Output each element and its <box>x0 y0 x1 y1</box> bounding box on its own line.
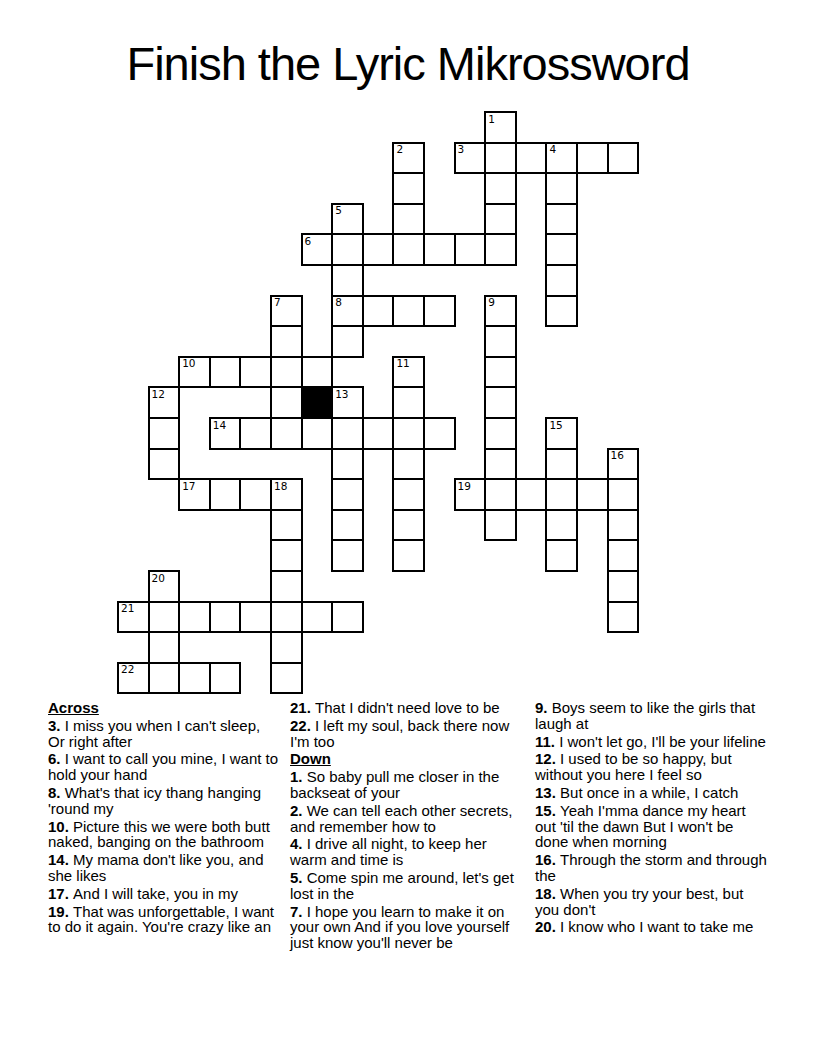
clue-number: 8 <box>335 297 342 308</box>
grid-cell[interactable] <box>331 539 364 572</box>
grid-cell[interactable] <box>239 356 272 389</box>
clue-9: 9. Boys seem to like the girls that laug… <box>535 700 769 732</box>
grid-cell[interactable] <box>392 172 425 205</box>
clue-1: 1. So baby pull me closer in the backsea… <box>290 769 520 801</box>
clue-14: 14. My mama don't like you, and she like… <box>48 852 280 884</box>
clue-2: 2. We can tell each other secrets, and r… <box>290 803 520 835</box>
clue-number: 2 <box>396 144 403 155</box>
clue-20: 20. I know who I want to take me <box>535 919 769 935</box>
grid-cell[interactable] <box>148 631 181 664</box>
clue-number: 1 <box>488 114 495 125</box>
crossword-grid: 12345678910111213141516171819202122 <box>117 111 677 711</box>
grid-cell[interactable] <box>423 233 456 266</box>
grid-cell[interactable] <box>545 203 578 236</box>
grid-cell[interactable] <box>209 601 242 634</box>
grid-cell[interactable] <box>423 417 456 450</box>
grid-cell[interactable] <box>607 570 640 603</box>
clue-17: 17. And I will take, you in my <box>48 886 280 902</box>
clue-number: 9 <box>488 297 495 308</box>
clue-number: 6 <box>305 236 312 247</box>
grid-cell[interactable] <box>607 539 640 572</box>
clue-8: 8. What's that icy thang hanging 'round … <box>48 785 280 817</box>
grid-cell[interactable] <box>545 264 578 297</box>
grid-cell[interactable] <box>178 601 211 634</box>
grid-cell[interactable] <box>148 662 181 695</box>
grid-cell[interactable] <box>239 417 272 450</box>
grid-cell[interactable] <box>545 478 578 511</box>
grid-cell[interactable] <box>392 295 425 328</box>
grid-cell[interactable] <box>331 264 364 297</box>
clue-18: 18. When you try your best, but you don'… <box>535 886 769 918</box>
page-title: Finish the Lyric Mikrossword <box>0 36 816 91</box>
grid-cell[interactable] <box>484 478 517 511</box>
clue-12: 12. I used to be so happy, but without y… <box>535 751 769 783</box>
clue-number: 10 <box>182 358 195 369</box>
clue-number: 16 <box>611 450 624 461</box>
grid-cell[interactable] <box>545 295 578 328</box>
grid-cell[interactable] <box>392 478 425 511</box>
grid-cell[interactable] <box>607 601 640 634</box>
grid-cell[interactable] <box>484 142 517 175</box>
clue-10: 10. Picture this we were both butt naked… <box>48 819 280 851</box>
grid-cell[interactable] <box>270 631 303 664</box>
grid-cell[interactable] <box>148 448 181 481</box>
grid-cell[interactable] <box>392 233 425 266</box>
grid-cell[interactable] <box>270 356 303 389</box>
clue-number: 11 <box>396 358 409 369</box>
grid-cell[interactable] <box>239 601 272 634</box>
grid-cell[interactable] <box>576 478 609 511</box>
grid-cell[interactable] <box>270 386 303 419</box>
grid-cell[interactable] <box>392 539 425 572</box>
blocked-cell <box>301 386 334 419</box>
grid-cell[interactable] <box>484 233 517 266</box>
clue-number: 4 <box>549 144 556 155</box>
clue-column-3: 9. Boys seem to like the girls that laug… <box>535 700 769 937</box>
grid-cell[interactable] <box>423 295 456 328</box>
grid-cell[interactable] <box>331 478 364 511</box>
grid-cell[interactable] <box>270 601 303 634</box>
grid-cell[interactable] <box>515 478 548 511</box>
grid-cell[interactable] <box>484 325 517 358</box>
grid-cell[interactable] <box>545 448 578 481</box>
grid-cell[interactable] <box>545 509 578 542</box>
grid-cell[interactable] <box>362 295 395 328</box>
grid-cell[interactable] <box>148 601 181 634</box>
clue-list-header-across: Across <box>48 700 280 716</box>
grid-cell[interactable] <box>392 203 425 236</box>
grid-cell[interactable] <box>209 662 242 695</box>
clue-21: 21. That I didn't need love to be <box>290 700 520 716</box>
grid-cell[interactable] <box>209 356 242 389</box>
grid-cell[interactable] <box>607 478 640 511</box>
grid-cell[interactable] <box>484 203 517 236</box>
grid-cell[interactable] <box>178 662 211 695</box>
grid-cell[interactable] <box>607 142 640 175</box>
clue-11: 11. I won't let go, I'll be your lifelin… <box>535 734 769 750</box>
clue-number: 5 <box>335 205 342 216</box>
grid-cell[interactable] <box>545 233 578 266</box>
grid-cell[interactable] <box>392 417 425 450</box>
clue-15: 15. Yeah I'mma dance my heart out 'til t… <box>535 803 769 850</box>
clue-number: 14 <box>213 420 226 431</box>
grid-cell[interactable] <box>454 233 487 266</box>
clue-number: 21 <box>121 603 134 614</box>
grid-cell[interactable] <box>392 509 425 542</box>
clue-number: 3 <box>458 144 465 155</box>
grid-cell[interactable] <box>301 417 334 450</box>
grid-cell[interactable] <box>392 386 425 419</box>
clue-number: 7 <box>274 297 281 308</box>
grid-cell[interactable] <box>484 172 517 205</box>
grid-cell[interactable] <box>484 448 517 481</box>
grid-cell[interactable] <box>270 662 303 695</box>
grid-cell[interactable] <box>209 478 242 511</box>
grid-cell[interactable] <box>331 325 364 358</box>
grid-cell[interactable] <box>362 233 395 266</box>
clue-19: 19. That was unforgettable, I want to do… <box>48 904 280 936</box>
grid-cell[interactable] <box>148 417 181 450</box>
clue-number: 15 <box>549 420 562 431</box>
grid-cell[interactable] <box>270 539 303 572</box>
clue-7: 7. I hope you learn to make it on your o… <box>290 904 520 951</box>
grid-cell[interactable] <box>484 417 517 450</box>
grid-cell[interactable] <box>484 386 517 419</box>
clue-list-header-down: Down <box>290 751 520 767</box>
grid-cell[interactable] <box>515 142 548 175</box>
clue-number: 19 <box>458 481 471 492</box>
grid-cell[interactable] <box>301 601 334 634</box>
grid-cell[interactable] <box>545 539 578 572</box>
clue-column-1: Across3. I miss you when I can't sleep, … <box>48 700 280 937</box>
grid-cell[interactable] <box>331 417 364 450</box>
clue-6: 6. I want to call you mine, I want to ho… <box>48 751 280 783</box>
clue-16: 16. Through the storm and through the <box>535 852 769 884</box>
clue-number: 22 <box>121 664 134 675</box>
grid-cell[interactable] <box>331 233 364 266</box>
clue-5: 5. Come spin me around, let's get lost i… <box>290 870 520 902</box>
grid-cell[interactable] <box>270 325 303 358</box>
grid-cell[interactable] <box>545 172 578 205</box>
grid-cell[interactable] <box>331 509 364 542</box>
grid-cell[interactable] <box>484 356 517 389</box>
clue-number: 20 <box>152 573 165 584</box>
grid-cell[interactable] <box>362 417 395 450</box>
grid-cell[interactable] <box>607 509 640 542</box>
grid-cell[interactable] <box>576 142 609 175</box>
clue-number: 17 <box>182 481 195 492</box>
clue-number: 18 <box>274 481 287 492</box>
grid-cell[interactable] <box>270 509 303 542</box>
grid-cell[interactable] <box>239 478 272 511</box>
grid-cell[interactable] <box>270 570 303 603</box>
grid-cell[interactable] <box>392 448 425 481</box>
clue-column-2: 21. That I didn't need love to be22. I l… <box>290 700 520 953</box>
clue-13: 13. But once in a while, I catch <box>535 785 769 801</box>
grid-cell[interactable] <box>331 601 364 634</box>
clue-22: 22. I left my soul, back there now I'm t… <box>290 718 520 750</box>
grid-cell[interactable] <box>331 448 364 481</box>
clue-4: 4. I drive all night, to keep her warm a… <box>290 836 520 868</box>
grid-cell[interactable] <box>484 509 517 542</box>
grid-cell[interactable] <box>270 417 303 450</box>
clue-number: 12 <box>152 389 165 400</box>
clue-number: 13 <box>335 389 348 400</box>
grid-cell[interactable] <box>301 356 334 389</box>
clue-3: 3. I miss you when I can't sleep, Or rig… <box>48 718 280 750</box>
